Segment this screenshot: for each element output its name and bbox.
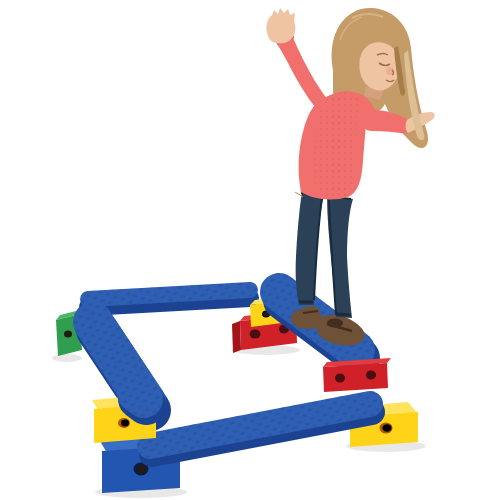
red-block-right-hole [366, 371, 376, 380]
red-block-back-sideface [232, 321, 241, 353]
red-connector-block-right [323, 358, 391, 392]
red-block-back-hole [250, 330, 261, 339]
right-jean-leg [327, 195, 353, 318]
green-block-hole [64, 331, 72, 338]
raised-hand [266, 8, 295, 44]
back-beam-texture [88, 290, 250, 299]
back-beam [88, 290, 250, 307]
photo: Young girl with blonde hair, coral sweat… [0, 0, 500, 500]
yellow-block-front-hole [121, 420, 129, 427]
left-beam-cap-texture [136, 393, 144, 399]
red-block-right-front [323, 363, 388, 392]
blue-block-hole-center [138, 465, 147, 473]
raised-sleeve [276, 35, 331, 109]
balance-beam-set [52, 290, 426, 498]
floor-shadow [52, 354, 82, 362]
right-hem [336, 314, 351, 315]
product-photo: Young girl with blonde hair, coral sweat… [0, 0, 500, 500]
red-block-right-hole [335, 374, 345, 383]
left-beam-end-cap [136, 393, 146, 405]
yellow-block-right-hole [383, 424, 392, 432]
front-beam [150, 404, 372, 454]
jeans [295, 191, 353, 318]
